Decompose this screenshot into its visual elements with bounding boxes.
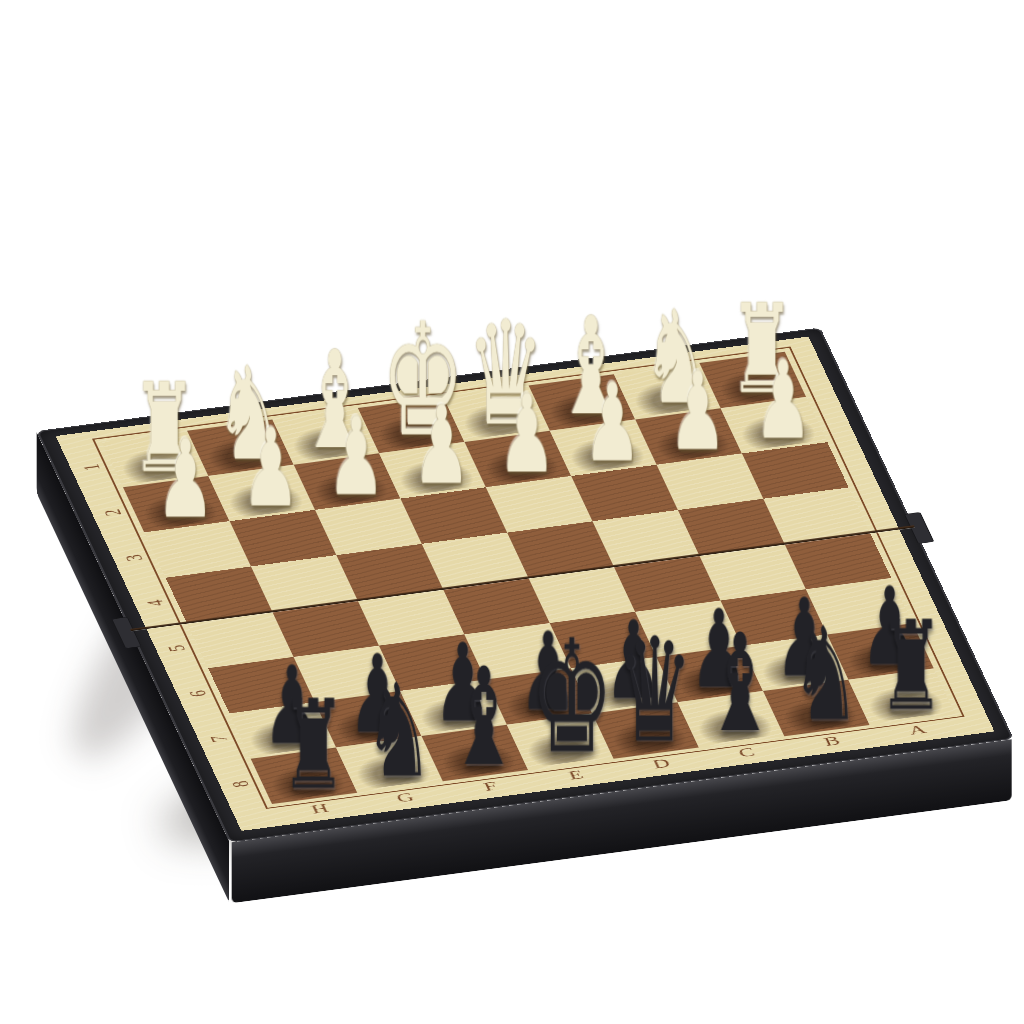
white-pawn-a2[interactable]: ♟ — [744, 356, 823, 445]
stage: ♜♞♝♚♛♝♞♜♟♟♟♟♟♟♟♟♟♟♟♟♟♟♟♟♜♞♝♚♛♝♞♜ 1234567… — [121, 185, 929, 985]
chess-board-face: ♜♞♝♚♛♝♞♜♟♟♟♟♟♟♟♟♟♟♟♟♟♟♟♟♜♞♝♚♛♝♞♜ 1234567… — [56, 337, 995, 831]
white-pawn-c2[interactable]: ♟ — [573, 379, 652, 468]
tilted-board-space: ♜♞♝♚♛♝♞♜♟♟♟♟♟♟♟♟♟♟♟♟♟♟♟♟♜♞♝♚♛♝♞♜ 1234567… — [36, 328, 1014, 843]
scene: ♜♞♝♚♛♝♞♜♟♟♟♟♟♟♟♟♟♟♟♟♟♟♟♟♜♞♝♚♛♝♞♜ 1234567… — [0, 0, 1024, 1024]
board-grid: ♜♞♝♚♛♝♞♜♟♟♟♟♟♟♟♟♟♟♟♟♟♟♟♟♜♞♝♚♛♝♞♜ — [102, 352, 955, 804]
square-g4[interactable] — [251, 555, 358, 612]
square-e4[interactable] — [422, 533, 529, 590]
white-pawn-b2[interactable]: ♟ — [658, 367, 737, 456]
square-h4[interactable] — [166, 566, 273, 623]
folding-case: ♜♞♝♚♛♝♞♜♟♟♟♟♟♟♟♟♟♟♟♟♟♟♟♟♜♞♝♚♛♝♞♜ 1234567… — [36, 328, 1014, 843]
square-e8[interactable]: ♚ — [507, 714, 614, 771]
rank-label-3: 3 — [104, 532, 166, 583]
square-c5[interactable] — [614, 555, 721, 612]
hinge-right — [904, 512, 935, 544]
square-d8[interactable]: ♛ — [592, 702, 699, 759]
